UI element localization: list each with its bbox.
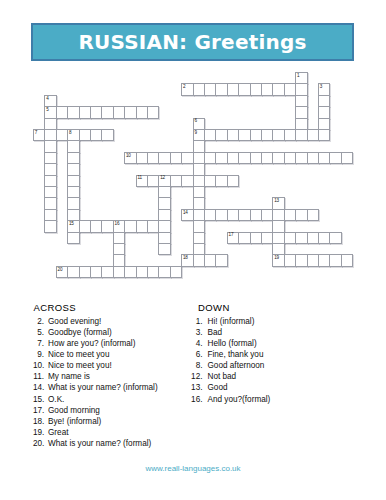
across-clue: 19.Great xyxy=(33,427,201,438)
down-clue: 8.Good afternoon xyxy=(189,360,357,371)
page-title: RUSSIAN: Greetings xyxy=(78,30,306,54)
clue-text: Good morning xyxy=(48,405,201,416)
clue-text: What is your name? (informal) xyxy=(48,382,201,393)
clue-text: Good xyxy=(208,382,358,393)
across-clue: 9.Nice to meet you xyxy=(33,349,201,360)
across-clue: 10.Nice to meet you! xyxy=(33,360,201,371)
cell-number: 20 xyxy=(57,267,67,272)
grid-cell[interactable] xyxy=(318,129,330,141)
across-clue: 20.What is your name? (formal) xyxy=(33,438,201,449)
across-heading: ACROSS xyxy=(33,302,201,313)
cell-number: 4 xyxy=(45,96,55,101)
across-items: 2.Good evening!5.Goodbye (formal)7.How a… xyxy=(33,316,201,450)
grid-cell[interactable] xyxy=(158,243,170,255)
grid-cell[interactable] xyxy=(307,209,319,221)
website-link[interactable]: www.reall-languages.co.uk xyxy=(0,464,386,473)
cell-number: 5 xyxy=(45,107,55,112)
clue-text: Nice to meet you! xyxy=(48,360,201,371)
across-clue: 11.My name is xyxy=(33,371,201,382)
clue-number: 12. xyxy=(189,371,203,382)
clue-number: 4. xyxy=(189,338,203,349)
clue-number: 10. xyxy=(33,360,44,371)
clue-number: 1. xyxy=(189,316,203,327)
down-clue: 1.Hi! (informal) xyxy=(189,316,357,327)
grid-cell[interactable] xyxy=(341,254,353,266)
clue-number: 6. xyxy=(189,349,203,360)
down-clue: 12.Not bad xyxy=(189,371,357,382)
cell-number: 2 xyxy=(182,84,192,89)
clue-text: Goodbye (formal) xyxy=(48,327,201,338)
clue-text: Great xyxy=(48,427,201,438)
clue-number: 13. xyxy=(189,382,203,393)
cell-number: 15 xyxy=(68,221,78,226)
cell-number: 8 xyxy=(68,130,78,135)
clue-text: Hi! (informal) xyxy=(208,316,358,327)
down-heading: DOWN xyxy=(189,302,357,313)
grid-cell[interactable] xyxy=(44,220,56,232)
clue-number: 17. xyxy=(33,405,44,416)
cell-number: 14 xyxy=(182,210,192,215)
across-clue: 2.Good evening! xyxy=(33,316,201,327)
down-clue: 4.Hello (formal) xyxy=(189,338,357,349)
clue-text: Bad xyxy=(208,327,358,338)
cell-number: 12 xyxy=(159,176,169,181)
across-clue: 17.Good morning xyxy=(33,405,201,416)
down-clue: 16.And you?(formal) xyxy=(189,394,357,405)
grid-cell[interactable] xyxy=(67,232,79,244)
clue-text: Nice to meet you xyxy=(48,349,201,360)
across-clue-list: ACROSS 2.Good evening!5.Goodbye (formal)… xyxy=(33,302,201,449)
clue-number: 16. xyxy=(189,394,203,405)
clue-text: Hello (formal) xyxy=(208,338,358,349)
clue-number: 14. xyxy=(33,382,44,393)
grid-cell[interactable] xyxy=(147,106,159,118)
clue-text: Good evening! xyxy=(48,316,201,327)
across-clue: 14.What is your name? (informal) xyxy=(33,382,201,393)
across-clue: 15.O.K. xyxy=(33,394,201,405)
cell-number: 19 xyxy=(273,255,283,260)
clue-number: 2. xyxy=(33,316,44,327)
clue-number: 5. xyxy=(33,327,44,338)
grid-cell[interactable] xyxy=(227,175,239,187)
across-clue: 7.How are you? (informal) xyxy=(33,338,201,349)
cell-number: 10 xyxy=(125,153,135,158)
clue-text: Bye! (informal) xyxy=(48,416,201,427)
clue-number: 15. xyxy=(33,394,44,405)
down-clue: 13.Good xyxy=(189,382,357,393)
clue-text: And you?(formal) xyxy=(208,394,358,405)
across-clue: 5.Goodbye (formal) xyxy=(33,327,201,338)
clue-number: 18. xyxy=(33,416,44,427)
clue-text: What is your name? (formal) xyxy=(48,438,201,449)
down-items: 1.Hi! (informal)3.Bad4.Hello (formal)6.F… xyxy=(189,316,357,405)
cell-number: 3 xyxy=(319,84,329,89)
grid-cell[interactable] xyxy=(170,266,182,278)
cell-number: 16 xyxy=(114,221,124,226)
down-clue-list: DOWN 1.Hi! (informal)3.Bad4.Hello (forma… xyxy=(189,302,357,405)
down-clue: 6.Fine, thank you xyxy=(189,349,357,360)
cell-number: 11 xyxy=(137,176,147,181)
grid-cell[interactable] xyxy=(341,152,353,164)
clue-number: 19. xyxy=(33,427,44,438)
grid-cell[interactable] xyxy=(101,129,113,141)
clue-text: How are you? (informal) xyxy=(48,338,201,349)
clue-text: Not bad xyxy=(208,371,358,382)
cell-number: 9 xyxy=(194,130,204,135)
cell-number: 6 xyxy=(194,119,204,124)
title-banner: RUSSIAN: Greetings xyxy=(31,23,354,61)
cell-number: 1 xyxy=(296,73,306,78)
clue-number: 9. xyxy=(33,349,44,360)
grid-cell[interactable] xyxy=(215,254,227,266)
clue-text: Fine, thank you xyxy=(208,349,358,360)
clue-number: 8. xyxy=(189,360,203,371)
cell-number: 7 xyxy=(34,130,44,135)
clue-text: My name is xyxy=(48,371,201,382)
cell-number: 17 xyxy=(228,233,238,238)
cell-number: 18 xyxy=(182,255,192,260)
down-clue: 3.Bad xyxy=(189,327,357,338)
clue-text: Good afternoon xyxy=(208,360,358,371)
clue-number: 7. xyxy=(33,338,44,349)
across-clue: 18.Bye! (informal) xyxy=(33,416,201,427)
clue-number: 11. xyxy=(33,371,44,382)
clue-text: O.K. xyxy=(48,394,201,405)
clue-number: 20. xyxy=(33,438,44,449)
cell-number: 13 xyxy=(273,198,283,203)
clue-number: 3. xyxy=(189,327,203,338)
grid-cell[interactable] xyxy=(329,232,341,244)
